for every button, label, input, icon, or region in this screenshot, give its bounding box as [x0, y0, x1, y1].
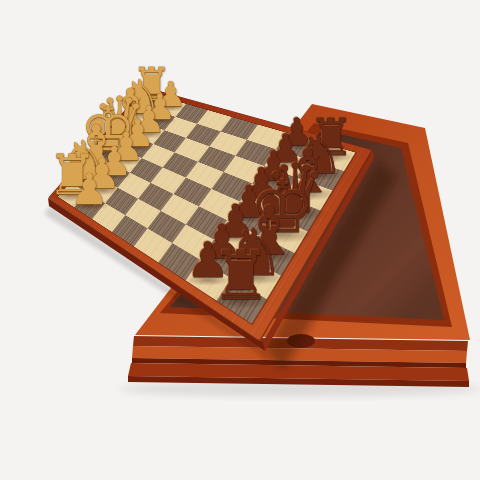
product-photo-stage: ♜♞♝♛♚♝♞♜♟♟♟♟♟♟♟♟♟♟♟♟♟♟♟♟♜♞♝♛♚♝♞♜ — [0, 0, 480, 480]
